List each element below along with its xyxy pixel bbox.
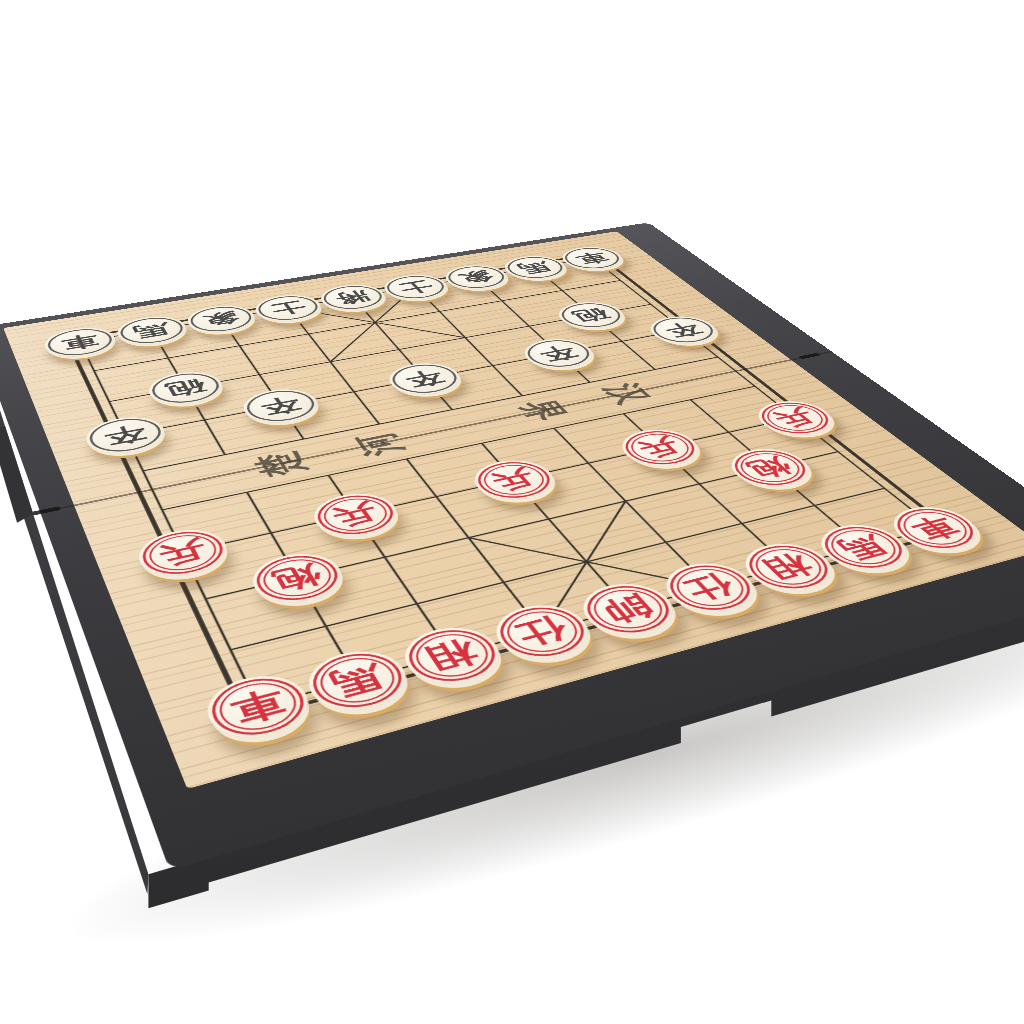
- product-photo-scene: 楚河界汉 車馬象士將士象馬車砲砲卒卒卒卒卒兵兵兵兵兵炮炮車馬相仕帥仕相馬車: [0, 0, 1024, 1024]
- piece-glyph: 兵: [633, 435, 687, 460]
- piece-glyph: 兵: [768, 406, 821, 429]
- piece-glyph: 相: [757, 551, 820, 584]
- piece-glyph: 卒: [257, 394, 305, 417]
- piece-glyph: 馬: [514, 259, 556, 275]
- piece-glyph: 馬: [832, 532, 894, 563]
- piece-glyph: 兵: [328, 500, 383, 530]
- piece-glyph: 仕: [679, 570, 742, 604]
- piece-glyph: 兵: [155, 537, 211, 569]
- piece-glyph: 卒: [660, 320, 707, 339]
- piece-glyph: 士: [394, 279, 436, 296]
- piece-glyph: 砲: [568, 306, 613, 324]
- piece-glyph: 象: [200, 310, 243, 329]
- piece-glyph: 車: [225, 685, 290, 728]
- piece-glyph: 炮: [268, 561, 326, 595]
- piece-glyph: 兵: [487, 466, 542, 493]
- piece-glyph: 砲: [162, 377, 209, 399]
- piece-glyph: 車: [904, 513, 965, 543]
- piece-glyph: 炮: [742, 454, 798, 480]
- piece-glyph: 象: [455, 269, 497, 285]
- piece-glyph: 仕: [510, 613, 574, 650]
- piece-glyph: 車: [571, 250, 613, 265]
- piece-glyph: 卒: [535, 343, 582, 363]
- piece-glyph: 帥: [596, 591, 660, 627]
- piece-glyph: 車: [58, 332, 101, 352]
- piece-glyph: 士: [267, 299, 310, 317]
- piece-glyph: 馬: [325, 660, 390, 701]
- piece-glyph: 相: [420, 636, 485, 675]
- piece-glyph: 卒: [101, 423, 150, 448]
- piece-glyph: 馬: [130, 321, 173, 340]
- piece-glyph: 將: [332, 289, 375, 306]
- piece-glyph: 卒: [401, 368, 449, 390]
